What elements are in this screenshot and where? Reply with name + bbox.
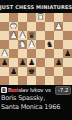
piece-bN-c4: ♞ [46, 40, 53, 49]
square-e7: ♚ [27, 67, 36, 76]
square-h2 [0, 22, 9, 31]
piece-wP-f3: ♟ [19, 31, 26, 40]
caption-block: B Borislav Ivkov vs -7.2 Boris Spassky, … [1, 85, 71, 112]
square-h5: ♟ [0, 49, 9, 58]
square-c5 [45, 49, 54, 58]
square-c7 [45, 67, 54, 76]
square-f8 [18, 76, 27, 85]
square-f7 [18, 67, 27, 76]
square-h8 [0, 76, 9, 85]
square-d1: ♜ [36, 13, 45, 22]
square-h1 [0, 13, 9, 22]
square-d7 [36, 67, 45, 76]
square-b6: ♟ [54, 58, 63, 67]
piece-bK-e7: ♚ [28, 67, 35, 76]
player-black-label: Boris Spassky, [1, 94, 71, 103]
square-g2: ♚ [9, 22, 18, 31]
piece-bP-g7: ♟ [10, 67, 17, 76]
square-e8 [27, 76, 36, 85]
square-h4 [0, 40, 9, 49]
square-h6: ♟ [0, 58, 9, 67]
square-f5 [18, 49, 27, 58]
square-d4 [36, 40, 45, 49]
video-thumbnail[interactable]: JUST CHESS MINIATURES ♜♚♟♟♟♛♞♟♞♟♟♟♟♟♟♟♚ … [0, 0, 72, 120]
square-c6 [45, 58, 54, 67]
square-d8 [36, 76, 45, 85]
square-a6 [63, 58, 72, 67]
channel-title: JUST CHESS MINIATURES [0, 4, 72, 10]
channel-avatar: B [1, 87, 7, 93]
square-h3 [0, 31, 9, 40]
piece-wP-g3: ♟ [10, 31, 17, 40]
channel-title-bar: JUST CHESS MINIATURES [0, 0, 72, 13]
square-g5 [9, 49, 18, 58]
square-h7 [0, 67, 9, 76]
square-g1 [9, 13, 18, 22]
square-b3 [54, 31, 63, 40]
square-g3: ♟ [9, 31, 18, 40]
square-d2 [36, 22, 45, 31]
square-a5: ♟ [63, 49, 72, 58]
square-g6 [9, 58, 18, 67]
square-g8 [9, 76, 18, 85]
square-e2 [27, 22, 36, 31]
square-d3 [36, 31, 45, 40]
piece-wK-g2: ♚ [10, 22, 17, 31]
square-b5 [54, 49, 63, 58]
square-c3 [45, 31, 54, 40]
square-f3: ♟ [18, 31, 27, 40]
square-b8 [54, 76, 63, 85]
square-e1 [27, 13, 36, 22]
square-a1 [63, 13, 72, 22]
square-f1 [18, 13, 27, 22]
square-e6: ♟ [27, 58, 36, 67]
caption-line-1: B Borislav Ivkov vs -7.2 [1, 86, 71, 94]
square-d6 [36, 58, 45, 67]
player-white-label: Borislav Ivkov vs [8, 86, 51, 94]
square-d5 [36, 49, 45, 58]
square-c4: ♞ [45, 40, 54, 49]
chess-board: ♜♚♟♟♟♛♞♟♞♟♟♟♟♟♟♟♚ [0, 13, 72, 85]
piece-wP-e4: ♟ [28, 40, 35, 49]
square-a7 [63, 67, 72, 76]
square-a8 [63, 76, 72, 85]
piece-bP-f6: ♟ [19, 58, 26, 67]
square-f6: ♟ [18, 58, 27, 67]
square-c8 [45, 76, 54, 85]
square-f4: ♞ [18, 40, 27, 49]
square-b1 [54, 13, 63, 22]
piece-bP-a5: ♟ [64, 49, 71, 58]
piece-wP-h5: ♟ [1, 49, 8, 58]
event-label: Santa Monica 1966 [1, 103, 71, 112]
channel-avatar-letter: B [2, 87, 6, 93]
square-b4 [54, 40, 63, 49]
piece-bP-b6: ♟ [55, 58, 62, 67]
square-f2 [18, 22, 27, 31]
square-c1 [45, 13, 54, 22]
square-g7: ♟ [9, 67, 18, 76]
piece-bP-h6: ♟ [1, 58, 8, 67]
square-e5 [27, 49, 36, 58]
square-e4: ♟ [27, 40, 36, 49]
square-e3: ♛ [27, 31, 36, 40]
square-g4 [9, 40, 18, 49]
square-a3 [63, 31, 72, 40]
piece-wR-d1: ♜ [37, 13, 44, 22]
square-b7 [54, 67, 63, 76]
piece-wN-f4: ♞ [19, 40, 26, 49]
square-a4 [63, 40, 72, 49]
square-b2: ♟ [54, 22, 63, 31]
piece-bP-e6: ♟ [28, 58, 35, 67]
square-a2 [63, 22, 72, 31]
piece-wP-b2: ♟ [55, 22, 62, 31]
piece-bQ-e3: ♛ [28, 31, 35, 40]
engine-eval-badge: -7.2 [55, 86, 71, 95]
square-c2 [45, 22, 54, 31]
